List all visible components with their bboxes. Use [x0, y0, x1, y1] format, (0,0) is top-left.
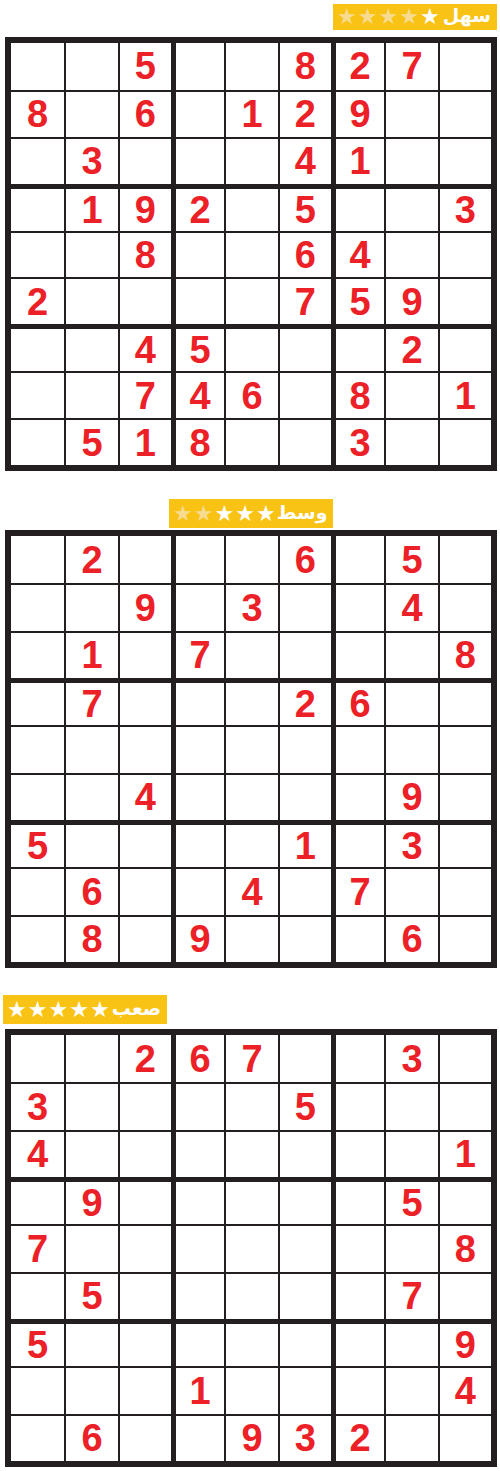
given-cell-r2c3: 9 [118, 583, 171, 630]
given-cell-r8c3: 7 [118, 371, 171, 418]
empty-cell-r1c3[interactable] [118, 536, 171, 583]
empty-cell-r4c5[interactable] [224, 1177, 277, 1224]
given-cell-r5c6: 6 [278, 231, 331, 278]
star-filled-icon: ★ [235, 503, 256, 525]
given-cell-r5c9: 8 [438, 1224, 491, 1271]
empty-cell-r3c4[interactable] [171, 1130, 224, 1177]
given-cell-r9c8: 6 [384, 915, 437, 962]
empty-cell-r3c1[interactable] [11, 137, 64, 184]
given-cell-r6c7: 5 [331, 277, 384, 324]
empty-cell-r3c6[interactable] [278, 631, 331, 678]
empty-cell-r4c5[interactable] [224, 184, 277, 231]
empty-cell-r8c3[interactable] [118, 867, 171, 914]
empty-cell-r3c5[interactable] [224, 1130, 277, 1177]
sudoku-grid-hard: 2673354195785759146932 [5, 1029, 497, 1467]
given-cell-r2c6: 2 [278, 90, 331, 137]
given-cell-r1c5: 7 [224, 1035, 277, 1082]
empty-cell-r6c1[interactable] [11, 1272, 64, 1319]
given-cell-r7c4: 5 [171, 324, 224, 371]
empty-cell-r4c9[interactable] [438, 678, 491, 725]
empty-cell-r6c5[interactable] [224, 277, 277, 324]
empty-cell-r1c2[interactable] [64, 1035, 117, 1082]
given-cell-r9c5: 9 [224, 1414, 277, 1461]
star-empty-icon: ★ [399, 6, 420, 28]
given-cell-r8c9: 1 [438, 371, 491, 418]
empty-cell-r8c4[interactable] [171, 867, 224, 914]
star-rating-easy: ★★★★★ [337, 6, 441, 28]
empty-cell-r4c1[interactable] [11, 1177, 64, 1224]
empty-cell-r7c9[interactable] [438, 820, 491, 867]
given-cell-r9c2: 6 [64, 1414, 117, 1461]
empty-cell-r9c9[interactable] [438, 418, 491, 465]
empty-cell-r6c4[interactable] [171, 1272, 224, 1319]
empty-cell-r5c4[interactable] [171, 725, 224, 772]
empty-cell-r1c5[interactable] [224, 536, 277, 583]
given-cell-r4c2: 7 [64, 678, 117, 725]
given-cell-r8c5: 4 [224, 867, 277, 914]
empty-cell-r5c1[interactable] [11, 725, 64, 772]
star-empty-icon: ★ [194, 503, 215, 525]
empty-cell-r5c2[interactable] [64, 1224, 117, 1271]
given-cell-r2c1: 3 [11, 1082, 64, 1129]
empty-cell-r6c4[interactable] [171, 773, 224, 820]
empty-cell-r4c5[interactable] [224, 678, 277, 725]
empty-cell-r5c8[interactable] [384, 1224, 437, 1271]
empty-cell-r9c7[interactable] [331, 915, 384, 962]
given-cell-r9c2: 8 [64, 915, 117, 962]
empty-cell-r4c4[interactable] [171, 678, 224, 725]
empty-cell-r2c1[interactable] [11, 583, 64, 630]
given-cell-r4c6: 2 [278, 678, 331, 725]
given-cell-r3c6: 4 [278, 137, 331, 184]
star-filled-icon: ★ [28, 999, 49, 1021]
given-cell-r4c8: 5 [384, 1177, 437, 1224]
difficulty-banner-easy: ★★★★★ سهل [333, 4, 497, 30]
empty-cell-r7c3[interactable] [118, 1319, 171, 1366]
empty-cell-r5c2[interactable] [64, 231, 117, 278]
empty-cell-r4c1[interactable] [11, 184, 64, 231]
empty-cell-r6c5[interactable] [224, 773, 277, 820]
difficulty-label-medium: وسط [277, 503, 328, 525]
given-cell-r3c4: 7 [171, 631, 224, 678]
empty-cell-r2c3[interactable] [118, 1082, 171, 1129]
empty-cell-r5c3[interactable] [118, 725, 171, 772]
empty-cell-r3c4[interactable] [171, 137, 224, 184]
empty-cell-r8c2[interactable] [64, 371, 117, 418]
star-empty-icon: ★ [358, 6, 379, 28]
given-cell-r8c9: 4 [438, 1366, 491, 1413]
given-cell-r5c1: 7 [11, 1224, 64, 1271]
empty-cell-r9c6[interactable] [278, 915, 331, 962]
empty-cell-r6c2[interactable] [64, 277, 117, 324]
star-filled-icon: ★ [256, 503, 277, 525]
given-cell-r1c6: 6 [278, 536, 331, 583]
empty-cell-r2c4[interactable] [171, 1082, 224, 1129]
given-cell-r4c7: 6 [331, 678, 384, 725]
given-cell-r2c3: 6 [118, 90, 171, 137]
given-cell-r6c3: 4 [118, 773, 171, 820]
empty-cell-r9c6[interactable] [278, 418, 331, 465]
sudoku-sheet: ★★★★★ سهل 582786129341192538642759452746… [0, 0, 500, 1471]
given-cell-r1c7: 2 [331, 43, 384, 90]
empty-cell-r7c4[interactable] [171, 1319, 224, 1366]
empty-cell-r6c3[interactable] [118, 277, 171, 324]
empty-cell-r7c5[interactable] [224, 820, 277, 867]
empty-cell-r5c1[interactable] [11, 231, 64, 278]
empty-cell-r4c9[interactable] [438, 1177, 491, 1224]
given-cell-r2c7: 9 [331, 90, 384, 137]
empty-cell-r4c1[interactable] [11, 678, 64, 725]
empty-cell-r9c5[interactable] [224, 915, 277, 962]
empty-cell-r3c5[interactable] [224, 137, 277, 184]
given-cell-r3c9: 8 [438, 631, 491, 678]
given-cell-r1c4: 6 [171, 1035, 224, 1082]
given-cell-r1c8: 7 [384, 43, 437, 90]
empty-cell-r7c4[interactable] [171, 820, 224, 867]
empty-cell-r9c1[interactable] [11, 1414, 64, 1461]
empty-cell-r7c6[interactable] [278, 1319, 331, 1366]
empty-cell-r9c4[interactable] [171, 1414, 224, 1461]
empty-cell-r7c5[interactable] [224, 1319, 277, 1366]
star-filled-icon: ★ [420, 6, 441, 28]
given-cell-r3c9: 1 [438, 1130, 491, 1177]
given-cell-r8c2: 6 [64, 867, 117, 914]
empty-cell-r8c1[interactable] [11, 867, 64, 914]
empty-cell-r3c8[interactable] [384, 631, 437, 678]
empty-cell-r5c2[interactable] [64, 725, 117, 772]
empty-cell-r2c2[interactable] [64, 583, 117, 630]
empty-cell-r1c5[interactable] [224, 43, 277, 90]
empty-cell-r9c9[interactable] [438, 915, 491, 962]
empty-cell-r2c2[interactable] [64, 1082, 117, 1129]
empty-cell-r1c4[interactable] [171, 536, 224, 583]
given-cell-r9c2: 5 [64, 418, 117, 465]
empty-cell-r7c6[interactable] [278, 324, 331, 371]
given-cell-r4c6: 5 [278, 184, 331, 231]
given-cell-r9c7: 2 [331, 1414, 384, 1461]
empty-cell-r5c9[interactable] [438, 231, 491, 278]
empty-cell-r5c5[interactable] [224, 725, 277, 772]
given-cell-r7c6: 1 [278, 820, 331, 867]
given-cell-r1c8: 3 [384, 1035, 437, 1082]
empty-cell-r8c1[interactable] [11, 371, 64, 418]
given-cell-r8c7: 7 [331, 867, 384, 914]
empty-cell-r2c8[interactable] [384, 90, 437, 137]
given-cell-r2c1: 8 [11, 90, 64, 137]
empty-cell-r7c8[interactable] [384, 1319, 437, 1366]
empty-cell-r3c9[interactable] [438, 137, 491, 184]
empty-cell-r4c3[interactable] [118, 678, 171, 725]
star-filled-icon: ★ [48, 999, 69, 1021]
given-cell-r9c7: 3 [331, 418, 384, 465]
empty-cell-r8c6[interactable] [278, 867, 331, 914]
empty-cell-r7c7[interactable] [331, 820, 384, 867]
empty-cell-r5c6[interactable] [278, 1224, 331, 1271]
difficulty-label-easy: سهل [443, 6, 491, 28]
empty-cell-r2c7[interactable] [331, 1082, 384, 1129]
given-cell-r1c2: 2 [64, 536, 117, 583]
empty-cell-r1c2[interactable] [64, 43, 117, 90]
empty-cell-r2c7[interactable] [331, 583, 384, 630]
empty-cell-r1c4[interactable] [171, 43, 224, 90]
given-cell-r8c7: 8 [331, 371, 384, 418]
empty-cell-r9c1[interactable] [11, 418, 64, 465]
empty-cell-r4c7[interactable] [331, 1177, 384, 1224]
empty-cell-r2c4[interactable] [171, 90, 224, 137]
given-cell-r2c5: 1 [224, 90, 277, 137]
given-cell-r9c6: 3 [278, 1414, 331, 1461]
star-filled-icon: ★ [214, 503, 235, 525]
given-cell-r1c6: 8 [278, 43, 331, 90]
empty-cell-r3c3[interactable] [118, 1130, 171, 1177]
empty-cell-r3c3[interactable] [118, 631, 171, 678]
empty-cell-r4c7[interactable] [331, 184, 384, 231]
given-cell-r7c8: 3 [384, 820, 437, 867]
given-cell-r6c8: 9 [384, 277, 437, 324]
empty-cell-r2c9[interactable] [438, 583, 491, 630]
given-cell-r7c1: 5 [11, 820, 64, 867]
given-cell-r2c5: 3 [224, 583, 277, 630]
empty-cell-r6c6[interactable] [278, 773, 331, 820]
empty-cell-r1c1[interactable] [11, 536, 64, 583]
empty-cell-r7c7[interactable] [331, 324, 384, 371]
empty-cell-r2c2[interactable] [64, 90, 117, 137]
empty-cell-r8c1[interactable] [11, 1366, 64, 1413]
empty-cell-r6c2[interactable] [64, 773, 117, 820]
empty-cell-r1c9[interactable] [438, 43, 491, 90]
given-cell-r6c8: 7 [384, 1272, 437, 1319]
empty-cell-r2c6[interactable] [278, 583, 331, 630]
given-cell-r5c7: 4 [331, 231, 384, 278]
empty-cell-r3c8[interactable] [384, 137, 437, 184]
given-cell-r7c1: 5 [11, 1319, 64, 1366]
empty-cell-r8c9[interactable] [438, 867, 491, 914]
given-cell-r1c3: 2 [118, 1035, 171, 1082]
empty-cell-r5c6[interactable] [278, 725, 331, 772]
empty-cell-r7c5[interactable] [224, 324, 277, 371]
empty-cell-r3c7[interactable] [331, 1130, 384, 1177]
empty-cell-r7c9[interactable] [438, 324, 491, 371]
given-cell-r4c4: 2 [171, 184, 224, 231]
empty-cell-r7c2[interactable] [64, 820, 117, 867]
empty-cell-r6c9[interactable] [438, 773, 491, 820]
empty-cell-r7c2[interactable] [64, 1319, 117, 1366]
given-cell-r3c7: 1 [331, 137, 384, 184]
empty-cell-r5c5[interactable] [224, 1224, 277, 1271]
sudoku-grid-easy: 582786129341192538642759452746815183 [5, 37, 497, 471]
empty-cell-r1c9[interactable] [438, 1035, 491, 1082]
empty-cell-r7c1[interactable] [11, 324, 64, 371]
given-cell-r4c2: 1 [64, 184, 117, 231]
empty-cell-r5c9[interactable] [438, 725, 491, 772]
empty-cell-r6c7[interactable] [331, 1272, 384, 1319]
star-rating-medium: ★★★★★ [173, 503, 277, 525]
empty-cell-r7c7[interactable] [331, 1319, 384, 1366]
empty-cell-r8c2[interactable] [64, 1366, 117, 1413]
empty-cell-r1c1[interactable] [11, 1035, 64, 1082]
given-cell-r5c3: 8 [118, 231, 171, 278]
given-cell-r7c9: 9 [438, 1319, 491, 1366]
empty-cell-r5c3[interactable] [118, 1224, 171, 1271]
empty-cell-r8c8[interactable] [384, 867, 437, 914]
given-cell-r7c8: 2 [384, 324, 437, 371]
empty-cell-r5c7[interactable] [331, 725, 384, 772]
empty-cell-r1c7[interactable] [331, 1035, 384, 1082]
empty-cell-r6c5[interactable] [224, 1272, 277, 1319]
empty-cell-r4c4[interactable] [171, 1177, 224, 1224]
difficulty-label-hard: صعب [112, 999, 161, 1021]
empty-cell-r6c9[interactable] [438, 277, 491, 324]
empty-cell-r5c4[interactable] [171, 231, 224, 278]
empty-cell-r6c7[interactable] [331, 773, 384, 820]
star-empty-icon: ★ [378, 6, 399, 28]
star-filled-icon: ★ [7, 999, 28, 1021]
given-cell-r6c8: 9 [384, 773, 437, 820]
empty-cell-r9c9[interactable] [438, 1414, 491, 1461]
empty-cell-r9c8[interactable] [384, 1414, 437, 1461]
empty-cell-r6c9[interactable] [438, 1272, 491, 1319]
empty-cell-r6c3[interactable] [118, 1272, 171, 1319]
empty-cell-r5c5[interactable] [224, 231, 277, 278]
given-cell-r9c3: 1 [118, 418, 171, 465]
empty-cell-r3c8[interactable] [384, 1130, 437, 1177]
empty-cell-r8c6[interactable] [278, 371, 331, 418]
given-cell-r3c1: 4 [11, 1130, 64, 1177]
given-cell-r1c8: 5 [384, 536, 437, 583]
given-cell-r4c2: 9 [64, 1177, 117, 1224]
empty-cell-r3c1[interactable] [11, 631, 64, 678]
given-cell-r4c3: 9 [118, 184, 171, 231]
empty-cell-r9c1[interactable] [11, 915, 64, 962]
empty-cell-r6c4[interactable] [171, 277, 224, 324]
empty-cell-r8c8[interactable] [384, 1366, 437, 1413]
empty-cell-r6c6[interactable] [278, 1272, 331, 1319]
empty-cell-r9c5[interactable] [224, 418, 277, 465]
given-cell-r7c3: 4 [118, 324, 171, 371]
empty-cell-r9c3[interactable] [118, 915, 171, 962]
star-rating-hard: ★★★★★ [7, 999, 111, 1021]
empty-cell-r5c8[interactable] [384, 725, 437, 772]
sudoku-grid-medium: 26593417872649513647896 [5, 530, 497, 968]
empty-cell-r1c9[interactable] [438, 536, 491, 583]
given-cell-r6c1: 2 [11, 277, 64, 324]
empty-cell-r8c3[interactable] [118, 1366, 171, 1413]
empty-cell-r2c5[interactable] [224, 1082, 277, 1129]
empty-cell-r5c8[interactable] [384, 231, 437, 278]
empty-cell-r5c4[interactable] [171, 1224, 224, 1271]
given-cell-r6c2: 5 [64, 1272, 117, 1319]
empty-cell-r8c5[interactable] [224, 1366, 277, 1413]
given-cell-r4c9: 3 [438, 184, 491, 231]
empty-cell-r4c8[interactable] [384, 184, 437, 231]
difficulty-banner-hard: ★★★★★ صعب [3, 995, 167, 1024]
empty-cell-r3c5[interactable] [224, 631, 277, 678]
star-empty-icon: ★ [337, 6, 358, 28]
empty-cell-r3c3[interactable] [118, 137, 171, 184]
given-cell-r8c4: 4 [171, 371, 224, 418]
star-filled-icon: ★ [90, 999, 111, 1021]
empty-cell-r3c2[interactable] [64, 1130, 117, 1177]
given-cell-r3c2: 1 [64, 631, 117, 678]
given-cell-r8c5: 6 [224, 371, 277, 418]
empty-cell-r2c9[interactable] [438, 1082, 491, 1129]
given-cell-r8c4: 1 [171, 1366, 224, 1413]
given-cell-r3c2: 3 [64, 137, 117, 184]
empty-cell-r6c1[interactable] [11, 773, 64, 820]
empty-cell-r1c7[interactable] [331, 536, 384, 583]
empty-cell-r7c3[interactable] [118, 820, 171, 867]
given-cell-r2c6: 5 [278, 1082, 331, 1129]
empty-cell-r1c6[interactable] [278, 1035, 331, 1082]
star-empty-icon: ★ [173, 503, 194, 525]
given-cell-r9c4: 9 [171, 915, 224, 962]
star-filled-icon: ★ [69, 999, 90, 1021]
empty-cell-r2c8[interactable] [384, 1082, 437, 1129]
given-cell-r2c8: 4 [384, 583, 437, 630]
empty-cell-r9c8[interactable] [384, 418, 437, 465]
given-cell-r6c6: 7 [278, 277, 331, 324]
empty-cell-r4c3[interactable] [118, 1177, 171, 1224]
given-cell-r9c4: 8 [171, 418, 224, 465]
empty-cell-r7c2[interactable] [64, 324, 117, 371]
empty-cell-r3c6[interactable] [278, 1130, 331, 1177]
empty-cell-r2c9[interactable] [438, 90, 491, 137]
given-cell-r1c3: 5 [118, 43, 171, 90]
difficulty-banner-medium: ★★★★★ وسط [169, 499, 333, 528]
empty-cell-r8c7[interactable] [331, 1366, 384, 1413]
empty-cell-r9c3[interactable] [118, 1414, 171, 1461]
empty-cell-r5c7[interactable] [331, 1224, 384, 1271]
empty-cell-r2c4[interactable] [171, 583, 224, 630]
empty-cell-r4c8[interactable] [384, 678, 437, 725]
empty-cell-r8c8[interactable] [384, 371, 437, 418]
empty-cell-r1c1[interactable] [11, 43, 64, 90]
empty-cell-r3c7[interactable] [331, 631, 384, 678]
empty-cell-r4c6[interactable] [278, 1177, 331, 1224]
empty-cell-r8c6[interactable] [278, 1366, 331, 1413]
